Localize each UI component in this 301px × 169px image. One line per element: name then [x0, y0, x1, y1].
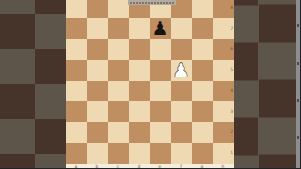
square-e2[interactable]	[150, 122, 171, 143]
square-a2[interactable]	[66, 122, 87, 143]
file-label-e: e	[150, 164, 171, 169]
file-label-c: c	[108, 164, 129, 169]
square-d2[interactable]	[129, 122, 150, 143]
rank-label-5: 5	[229, 68, 233, 73]
square-g6[interactable]	[192, 39, 213, 60]
square-b3[interactable]	[87, 101, 108, 122]
square-b4[interactable]	[87, 81, 108, 102]
square-b5[interactable]	[87, 60, 108, 81]
square-c6[interactable]	[108, 39, 129, 60]
square-b7[interactable]	[87, 18, 108, 39]
square-g5[interactable]	[192, 60, 213, 81]
square-h3[interactable]: 3	[213, 101, 234, 122]
square-d4[interactable]	[129, 81, 150, 102]
rank-label-2: 2	[229, 130, 233, 135]
right-strip-mark	[297, 24, 299, 27]
file-label-f: f	[171, 164, 192, 169]
square-c5[interactable]	[108, 60, 129, 81]
file-label-d: d	[129, 164, 150, 169]
file-label-g: g	[192, 164, 213, 169]
chess-board[interactable]: 8♟76♟54321	[66, 0, 234, 164]
square-a5[interactable]	[66, 60, 87, 81]
square-f2[interactable]	[171, 122, 192, 143]
file-label-a: a	[66, 164, 87, 169]
square-h4[interactable]: 4	[213, 81, 234, 102]
video-frame: 8♟76♟54321 abcdefgh	[0, 0, 300, 168]
file-label-b: b	[87, 164, 108, 169]
square-e7[interactable]: ♟	[150, 18, 171, 39]
square-b8[interactable]	[87, 0, 108, 18]
background-checker-right	[234, 0, 301, 168]
rank-label-8: 8	[229, 6, 233, 11]
square-h2[interactable]: 2	[213, 122, 234, 143]
square-f3[interactable]	[171, 101, 192, 122]
square-h1[interactable]: 1	[213, 143, 234, 164]
square-h8[interactable]: 8	[213, 0, 234, 18]
rank-label-1: 1	[229, 151, 233, 156]
square-e3[interactable]	[150, 101, 171, 122]
right-strip-mark	[297, 136, 299, 139]
square-a8[interactable]	[66, 0, 87, 18]
square-c3[interactable]	[108, 101, 129, 122]
background-checker-left	[0, 0, 66, 168]
square-g8[interactable]	[192, 0, 213, 18]
watermark-overlay	[128, 0, 176, 5]
square-b1[interactable]	[87, 143, 108, 164]
square-a7[interactable]	[66, 18, 87, 39]
square-f5[interactable]: ♟	[171, 60, 192, 81]
square-e1[interactable]	[150, 143, 171, 164]
right-strip-mark	[297, 99, 299, 102]
square-f1[interactable]	[171, 143, 192, 164]
file-label-h: h	[213, 164, 234, 169]
square-e4[interactable]	[150, 81, 171, 102]
square-d1[interactable]	[129, 143, 150, 164]
square-h7[interactable]: 7	[213, 18, 234, 39]
square-e6[interactable]	[150, 39, 171, 60]
square-h5[interactable]: 5	[213, 60, 234, 81]
square-a3[interactable]	[66, 101, 87, 122]
square-a6[interactable]	[66, 39, 87, 60]
square-g1[interactable]	[192, 143, 213, 164]
square-c2[interactable]	[108, 122, 129, 143]
square-b6[interactable]	[87, 39, 108, 60]
square-a4[interactable]	[66, 81, 87, 102]
square-c4[interactable]	[108, 81, 129, 102]
square-b2[interactable]	[87, 122, 108, 143]
square-g7[interactable]	[192, 18, 213, 39]
black-pawn-e7[interactable]: ♟	[151, 19, 168, 38]
square-f7[interactable]	[171, 18, 192, 39]
square-d7[interactable]	[129, 18, 150, 39]
square-c7[interactable]	[108, 18, 129, 39]
rank-label-3: 3	[229, 109, 233, 114]
square-h6[interactable]: 6	[213, 39, 234, 60]
square-g2[interactable]	[192, 122, 213, 143]
square-d3[interactable]	[129, 101, 150, 122]
square-g3[interactable]	[192, 101, 213, 122]
right-strip-mark	[297, 62, 299, 65]
square-d5[interactable]	[129, 60, 150, 81]
square-e5[interactable]	[150, 60, 171, 81]
white-pawn-f5[interactable]: ♟	[172, 60, 189, 79]
square-a1[interactable]	[66, 143, 87, 164]
square-g4[interactable]	[192, 81, 213, 102]
right-edge-strip	[296, 0, 301, 168]
rank-label-4: 4	[229, 89, 233, 94]
square-f4[interactable]	[171, 81, 192, 102]
square-f6[interactable]	[171, 39, 192, 60]
rank-label-7: 7	[229, 26, 233, 31]
file-coordinates-bar: abcdefgh	[66, 164, 234, 169]
rank-label-6: 6	[229, 47, 233, 52]
square-c8[interactable]	[108, 0, 129, 18]
square-d6[interactable]	[129, 39, 150, 60]
square-c1[interactable]	[108, 143, 129, 164]
